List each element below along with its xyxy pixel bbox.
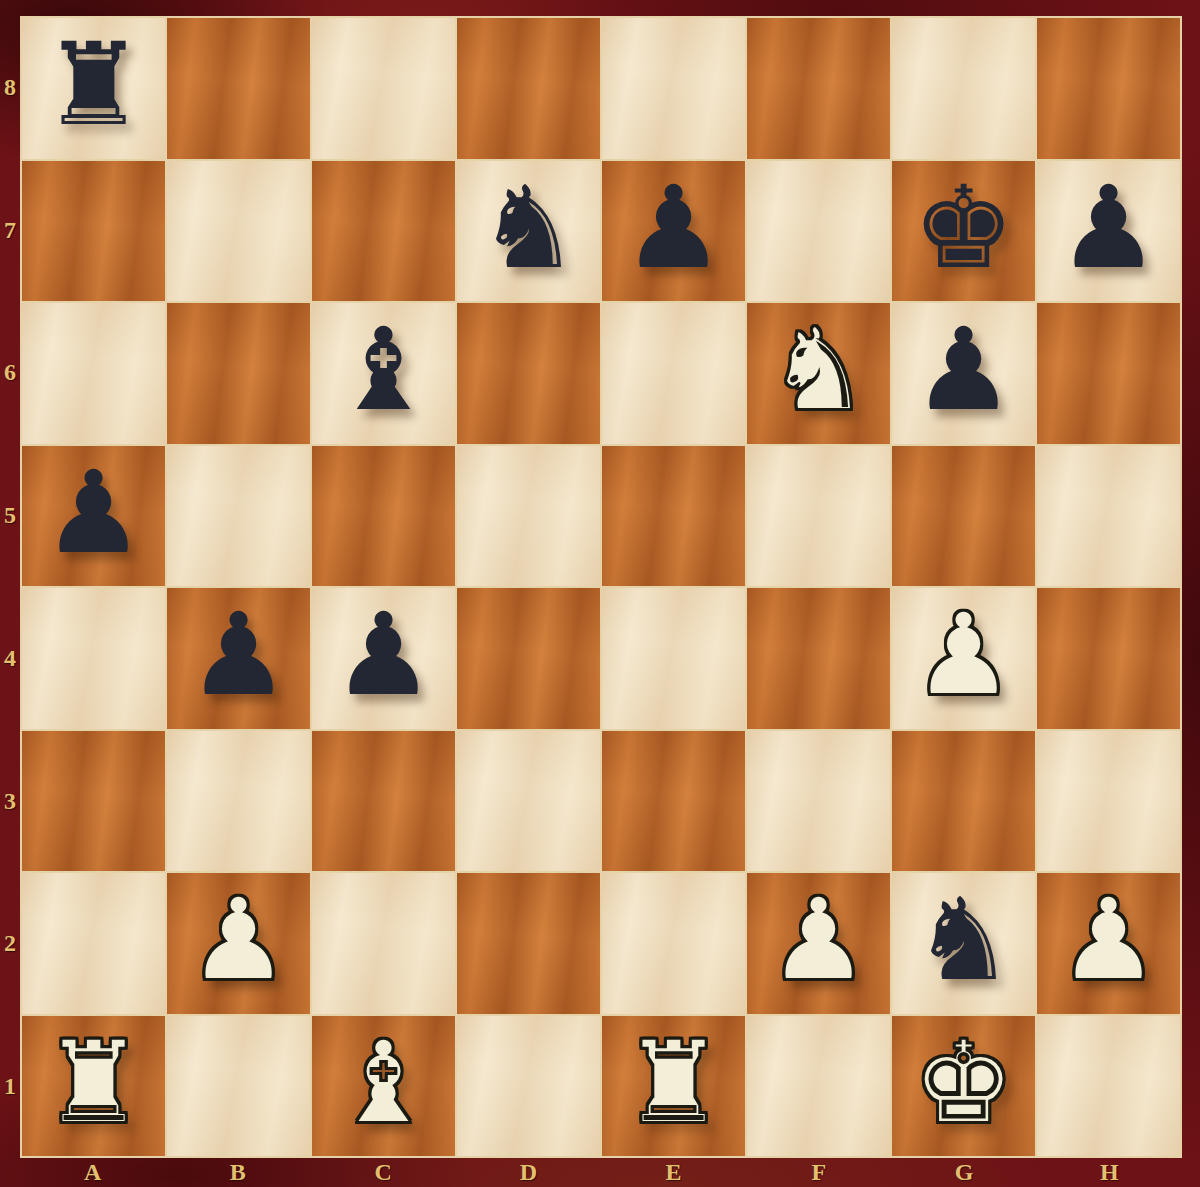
square-h7[interactable]: ♟	[1037, 161, 1180, 302]
file-label-text: H	[1100, 1159, 1119, 1186]
square-c4[interactable]: ♟	[312, 588, 455, 729]
square-e1[interactable]: ♜	[602, 1016, 745, 1157]
square-a6[interactable]	[22, 303, 165, 444]
square-c8[interactable]	[312, 18, 455, 159]
square-c1[interactable]: ♝	[312, 1016, 455, 1157]
piece-black-king[interactable]: ♚	[912, 171, 1014, 285]
square-f3[interactable]	[747, 731, 890, 872]
square-e8[interactable]	[602, 18, 745, 159]
rank-label-text: 8	[4, 74, 16, 101]
piece-white-pawn[interactable]: ♟	[912, 598, 1014, 712]
piece-white-king[interactable]: ♚	[912, 1026, 1014, 1140]
square-e7[interactable]: ♟	[602, 161, 745, 302]
square-a4[interactable]	[22, 588, 165, 729]
square-a2[interactable]	[22, 873, 165, 1014]
rank-label-8: 8	[0, 16, 20, 159]
file-label-text: A	[84, 1159, 101, 1186]
square-b2[interactable]: ♟	[167, 873, 310, 1014]
square-f2[interactable]: ♟	[747, 873, 890, 1014]
square-h4[interactable]	[1037, 588, 1180, 729]
piece-white-bishop[interactable]: ♝	[332, 1026, 434, 1140]
square-a1[interactable]: ♜	[22, 1016, 165, 1157]
piece-black-pawn[interactable]: ♟	[332, 598, 434, 712]
piece-black-pawn[interactable]: ♟	[42, 456, 144, 570]
rank-label-1: 1	[0, 1015, 20, 1158]
rank-label-7: 7	[0, 159, 20, 302]
file-label-g: G	[892, 1158, 1037, 1187]
square-b1[interactable]	[167, 1016, 310, 1157]
square-a7[interactable]	[22, 161, 165, 302]
square-b3[interactable]	[167, 731, 310, 872]
rank-label-text: 1	[4, 1073, 16, 1100]
square-g4[interactable]: ♟	[892, 588, 1035, 729]
rank-label-text: 3	[4, 788, 16, 815]
square-g5[interactable]	[892, 446, 1035, 587]
piece-black-knight[interactable]: ♞	[912, 883, 1014, 997]
square-e6[interactable]	[602, 303, 745, 444]
square-d4[interactable]	[457, 588, 600, 729]
square-h2[interactable]: ♟	[1037, 873, 1180, 1014]
file-label-e: E	[601, 1158, 746, 1187]
square-c3[interactable]	[312, 731, 455, 872]
rank-label-text: 6	[4, 359, 16, 386]
square-f6[interactable]: ♞	[747, 303, 890, 444]
piece-black-knight[interactable]: ♞	[477, 171, 579, 285]
square-c7[interactable]	[312, 161, 455, 302]
square-d2[interactable]	[457, 873, 600, 1014]
piece-white-rook[interactable]: ♜	[622, 1026, 724, 1140]
file-label-b: B	[165, 1158, 310, 1187]
square-c2[interactable]	[312, 873, 455, 1014]
square-h8[interactable]	[1037, 18, 1180, 159]
file-label-text: G	[955, 1159, 974, 1186]
square-b7[interactable]	[167, 161, 310, 302]
square-a8[interactable]: ♜	[22, 18, 165, 159]
rank-label-2: 2	[0, 873, 20, 1016]
piece-black-pawn[interactable]: ♟	[187, 598, 289, 712]
board-frame: 87654321 ♜♞♟♚♟♝♞♟♟♟♟♟♟♟♞♟♜♝♜♚ ABCDEFGH	[0, 0, 1200, 1187]
chess-board: ♜♞♟♚♟♝♞♟♟♟♟♟♟♟♞♟♜♝♜♚	[20, 16, 1182, 1158]
file-label-d: D	[456, 1158, 601, 1187]
file-label-text: D	[520, 1159, 537, 1186]
square-e2[interactable]	[602, 873, 745, 1014]
square-g6[interactable]: ♟	[892, 303, 1035, 444]
square-d1[interactable]	[457, 1016, 600, 1157]
square-a3[interactable]	[22, 731, 165, 872]
file-label-text: F	[812, 1159, 827, 1186]
square-f5[interactable]	[747, 446, 890, 587]
piece-white-rook[interactable]: ♜	[42, 1026, 144, 1140]
piece-black-pawn[interactable]: ♟	[1057, 171, 1159, 285]
square-g7[interactable]: ♚	[892, 161, 1035, 302]
rank-label-6: 6	[0, 302, 20, 445]
square-h1[interactable]	[1037, 1016, 1180, 1157]
file-label-text: C	[374, 1159, 391, 1186]
rank-label-text: 5	[4, 502, 16, 529]
file-label-c: C	[311, 1158, 456, 1187]
square-f8[interactable]	[747, 18, 890, 159]
rank-label-text: 2	[4, 930, 16, 957]
square-f7[interactable]	[747, 161, 890, 302]
square-d5[interactable]	[457, 446, 600, 587]
rank-label-4: 4	[0, 587, 20, 730]
square-d8[interactable]	[457, 18, 600, 159]
rank-label-5: 5	[0, 444, 20, 587]
square-f1[interactable]	[747, 1016, 890, 1157]
square-a5[interactable]: ♟	[22, 446, 165, 587]
rank-label-text: 7	[4, 217, 16, 244]
square-h6[interactable]	[1037, 303, 1180, 444]
rank-labels: 87654321	[0, 16, 20, 1158]
square-g8[interactable]	[892, 18, 1035, 159]
piece-black-pawn[interactable]: ♟	[622, 171, 724, 285]
square-g2[interactable]: ♞	[892, 873, 1035, 1014]
square-e4[interactable]	[602, 588, 745, 729]
piece-black-pawn[interactable]: ♟	[912, 313, 1014, 427]
piece-white-knight[interactable]: ♞	[767, 313, 869, 427]
square-h3[interactable]	[1037, 731, 1180, 872]
square-e5[interactable]	[602, 446, 745, 587]
square-c5[interactable]	[312, 446, 455, 587]
piece-black-rook[interactable]: ♜	[42, 28, 144, 142]
square-c6[interactable]: ♝	[312, 303, 455, 444]
file-labels: ABCDEFGH	[20, 1158, 1182, 1187]
square-b8[interactable]	[167, 18, 310, 159]
piece-black-bishop[interactable]: ♝	[332, 313, 434, 427]
file-label-text: E	[666, 1159, 682, 1186]
file-label-f: F	[746, 1158, 891, 1187]
piece-white-pawn[interactable]: ♟	[1057, 883, 1159, 997]
square-h5[interactable]	[1037, 446, 1180, 587]
piece-white-pawn[interactable]: ♟	[767, 883, 869, 997]
rank-label-3: 3	[0, 730, 20, 873]
square-g1[interactable]: ♚	[892, 1016, 1035, 1157]
square-b4[interactable]: ♟	[167, 588, 310, 729]
square-b5[interactable]	[167, 446, 310, 587]
square-d3[interactable]	[457, 731, 600, 872]
square-f4[interactable]	[747, 588, 890, 729]
square-d7[interactable]: ♞	[457, 161, 600, 302]
square-b6[interactable]	[167, 303, 310, 444]
square-e3[interactable]	[602, 731, 745, 872]
rank-label-text: 4	[4, 645, 16, 672]
square-d6[interactable]	[457, 303, 600, 444]
file-label-a: A	[20, 1158, 165, 1187]
square-g3[interactable]	[892, 731, 1035, 872]
piece-white-pawn[interactable]: ♟	[187, 883, 289, 997]
file-label-h: H	[1037, 1158, 1182, 1187]
file-label-text: B	[230, 1159, 246, 1186]
